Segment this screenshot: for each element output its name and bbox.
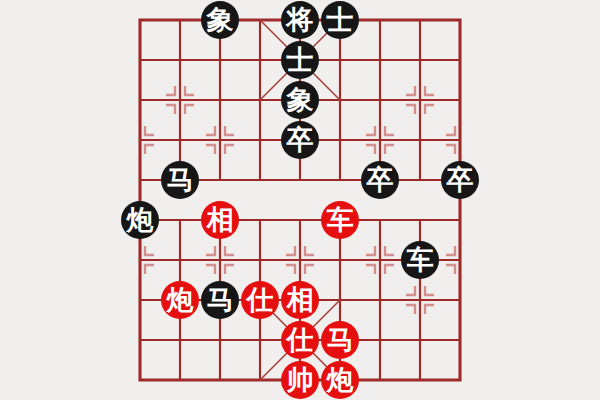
red-horse-glyph: 马: [321, 321, 359, 359]
piece-black-advisor[interactable]: 士: [280, 40, 320, 80]
red-advisor-glyph: 仕: [281, 321, 319, 359]
piece-black-horse[interactable]: 马: [200, 280, 240, 320]
piece-black-pawn[interactable]: 卒: [280, 120, 320, 160]
piece-black-advisor[interactable]: 士: [320, 0, 360, 40]
black-advisor-glyph: 士: [321, 1, 359, 39]
piece-black-chariot[interactable]: 车: [400, 240, 440, 280]
xiangqi-board[interactable]: 象将士士象卒马卒卒炮相车车炮马仕相仕马帅炮: [120, 0, 480, 400]
piece-black-pawn[interactable]: 卒: [360, 160, 400, 200]
black-advisor-glyph: 士: [281, 41, 319, 79]
xiangqi-app: 象将士士象卒马卒卒炮相车车炮马仕相仕马帅炮: [0, 0, 600, 400]
red-chariot-glyph: 车: [321, 201, 359, 239]
piece-black-pawn[interactable]: 卒: [440, 160, 480, 200]
black-general-glyph: 将: [281, 1, 319, 39]
piece-red-cannon[interactable]: 炮: [320, 360, 360, 400]
black-horse-glyph: 马: [201, 281, 239, 319]
red-advisor-glyph: 仕: [241, 281, 279, 319]
piece-red-elephant[interactable]: 相: [280, 280, 320, 320]
piece-black-elephant[interactable]: 象: [280, 80, 320, 120]
black-elephant-glyph: 象: [281, 81, 319, 119]
piece-red-elephant[interactable]: 相: [200, 200, 240, 240]
piece-black-elephant[interactable]: 象: [200, 0, 240, 40]
black-pawn-glyph: 卒: [281, 121, 319, 159]
red-cannon-glyph: 炮: [161, 281, 199, 319]
black-horse-glyph: 马: [161, 161, 199, 199]
red-cannon-glyph: 炮: [321, 361, 359, 399]
black-elephant-glyph: 象: [201, 1, 239, 39]
red-elephant-glyph: 相: [201, 201, 239, 239]
black-pawn-glyph: 卒: [361, 161, 399, 199]
piece-black-general[interactable]: 将: [280, 0, 320, 40]
red-general-glyph: 帅: [281, 361, 319, 399]
black-chariot-glyph: 车: [401, 241, 439, 279]
piece-red-advisor[interactable]: 仕: [240, 280, 280, 320]
piece-black-horse[interactable]: 马: [160, 160, 200, 200]
piece-red-horse[interactable]: 马: [320, 320, 360, 360]
red-elephant-glyph: 相: [281, 281, 319, 319]
black-pawn-glyph: 卒: [441, 161, 479, 199]
piece-red-chariot[interactable]: 车: [320, 200, 360, 240]
piece-red-cannon[interactable]: 炮: [160, 280, 200, 320]
black-cannon-glyph: 炮: [121, 201, 159, 239]
piece-black-cannon[interactable]: 炮: [120, 200, 160, 240]
piece-red-general[interactable]: 帅: [280, 360, 320, 400]
piece-red-advisor[interactable]: 仕: [280, 320, 320, 360]
